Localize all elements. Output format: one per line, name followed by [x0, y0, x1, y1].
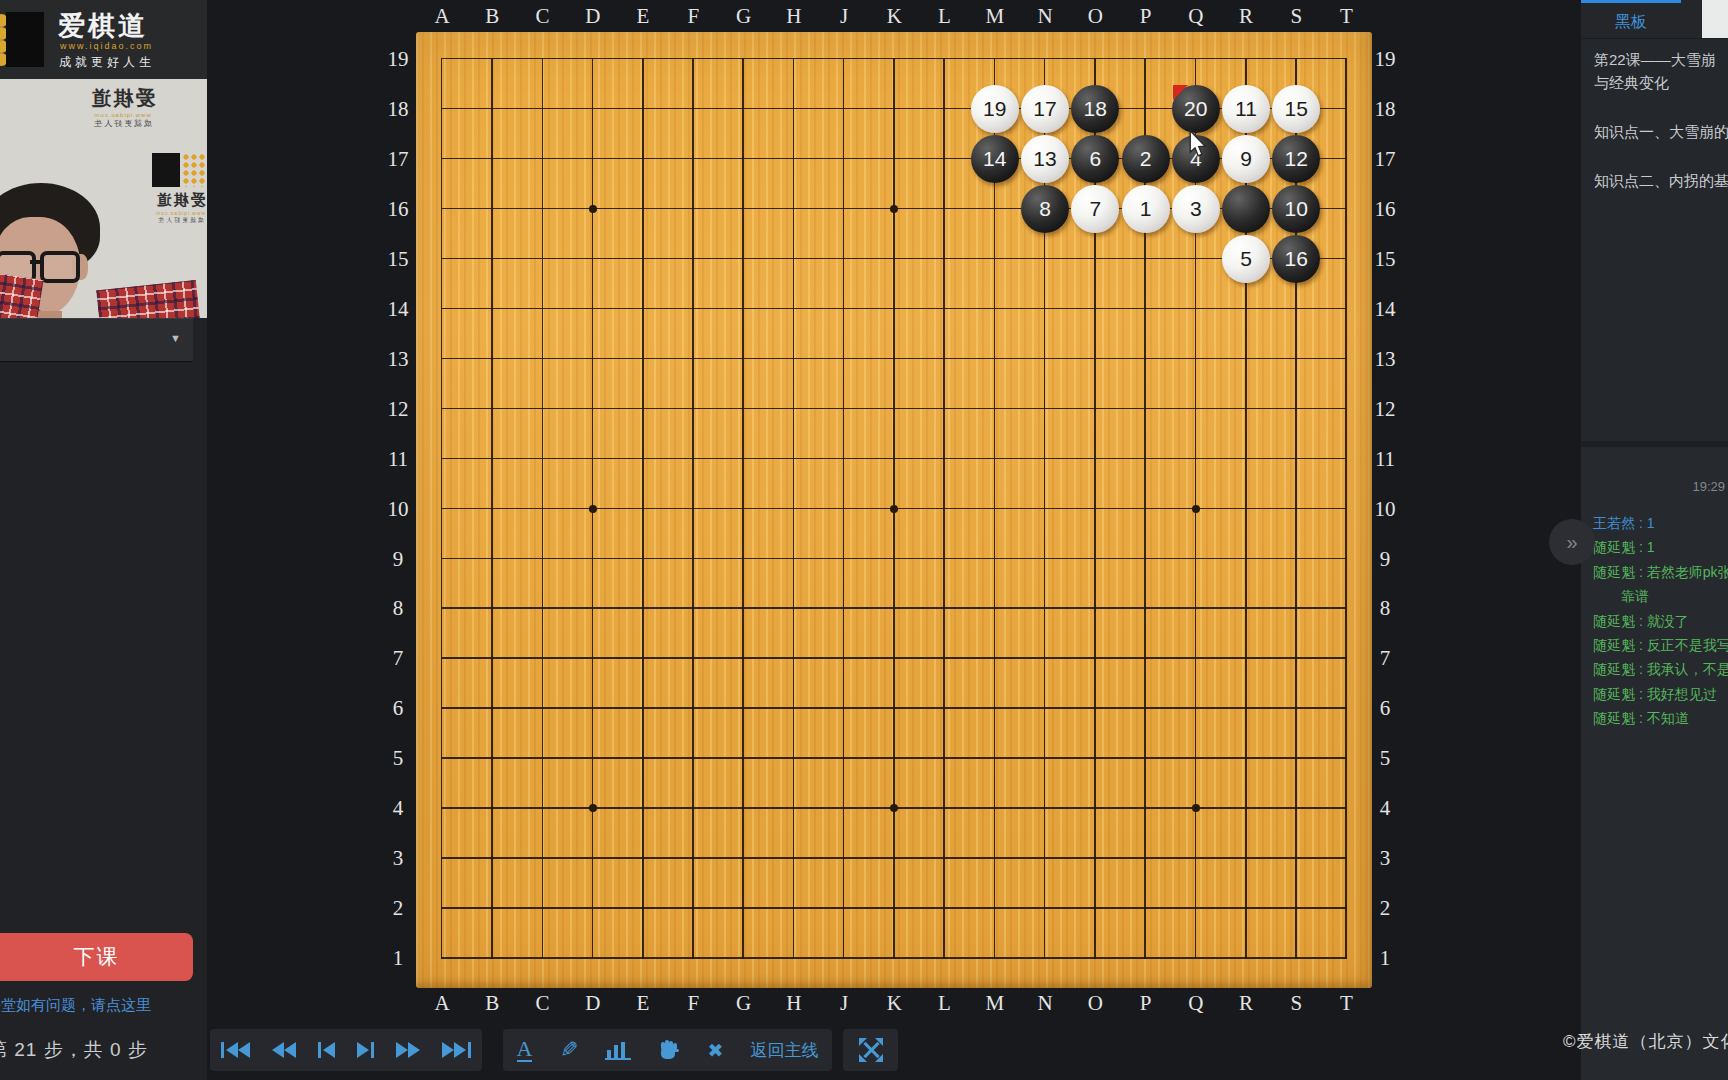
col-label-bottom: O: [1088, 991, 1103, 1016]
end-class-button[interactable]: 下课: [0, 933, 193, 981]
col-label-top: A: [434, 4, 449, 29]
glasses-right-lens: [40, 251, 80, 283]
stone-move-number: 3: [1190, 197, 1202, 221]
stone-O18[interactable]: 18: [1071, 85, 1119, 133]
row-label-right: 17: [1375, 146, 1396, 171]
col-label-top: E: [637, 4, 650, 29]
col-label-bottom: E: [637, 991, 650, 1016]
col-label-top: T: [1340, 4, 1353, 29]
row-label-right: 5: [1380, 746, 1391, 771]
col-label-top: G: [736, 4, 751, 29]
teacher-video: 爱棋道www.iqidao.com成就更好人生 爱棋道www.iqidao.co…: [0, 79, 207, 318]
stone-move-number: 20: [1184, 97, 1207, 121]
step-forward-button[interactable]: [353, 1035, 378, 1065]
star-point-D4: [589, 804, 597, 812]
backdrop-logo: 爱棋道www.iqidao.com成就更好人生: [140, 191, 207, 225]
mouse-cursor: [1188, 130, 1208, 162]
row-label-right: 4: [1380, 796, 1391, 821]
row-label-left: 11: [388, 446, 408, 471]
sidebar-collapse-handle[interactable]: »: [1549, 519, 1595, 565]
col-label-bottom: M: [985, 991, 1004, 1016]
row-label-right: 11: [1375, 446, 1395, 471]
plaid-shirt-right: [96, 280, 207, 318]
stone-move-number: 8: [1039, 197, 1051, 221]
row-label-right: 1: [1380, 946, 1391, 971]
video-source-select[interactable]: ▼: [0, 318, 193, 362]
chat-panel: 19:29 王若然 : 1随延魁 : 1随延魁 : 若然老师pk张靠谱随延魁 :…: [1581, 441, 1728, 1080]
stone-N18[interactable]: 17: [1021, 85, 1069, 133]
stone-move-number: 17: [1033, 97, 1056, 121]
col-label-bottom: L: [938, 991, 951, 1016]
sidebar: 黑板 第22课——大雪崩 与经典变化知识点一、大雪崩的知识点二、内拐的基 19:…: [1581, 0, 1728, 1080]
left-panel: 爱棋道 www.iqidao.com 成就更好人生 爱棋道www.iqidao.…: [0, 0, 207, 1080]
glasses-bridge: [30, 260, 44, 264]
col-label-top: P: [1140, 4, 1152, 29]
stone-move-number: 15: [1285, 97, 1308, 121]
star-point-K4: [890, 804, 898, 812]
chevron-down-icon: ▼: [170, 332, 181, 344]
brand-slogan: 成就更好人生: [59, 54, 155, 71]
row-label-left: 13: [388, 346, 409, 371]
note-paragraph: 第22课——大雪崩 与经典变化: [1594, 48, 1728, 94]
row-label-right: 8: [1380, 596, 1391, 621]
chat-message: 王若然 : 1: [1593, 511, 1728, 535]
stone-move-number: 7: [1089, 197, 1101, 221]
go-to-end-button[interactable]: [438, 1035, 475, 1065]
stone-S17[interactable]: 12: [1272, 135, 1320, 183]
row-label-right: 2: [1380, 896, 1391, 921]
tab-blackboard[interactable]: 黑板: [1581, 0, 1681, 41]
chat-message: 随延魁 : 若然老师pk张: [1593, 560, 1728, 584]
step-status: 第 21 步，共 0 步: [0, 1037, 218, 1063]
backdrop-dot-grid: [182, 153, 207, 187]
row-label-right: 18: [1375, 96, 1396, 121]
stone-move-number: 10: [1285, 197, 1308, 221]
stone-S15[interactable]: 16: [1272, 235, 1320, 283]
col-label-bottom: T: [1340, 991, 1353, 1016]
stone-R16[interactable]: [1222, 185, 1270, 233]
row-label-left: 10: [388, 496, 409, 521]
note-paragraph: 知识点二、内拐的基: [1594, 169, 1728, 192]
row-label-right: 12: [1375, 396, 1396, 421]
star-point-D16: [589, 205, 597, 213]
row-label-left: 18: [388, 96, 409, 121]
row-label-right: 6: [1380, 696, 1391, 721]
star-point-D10: [589, 505, 597, 513]
lesson-notes: 第22课——大雪崩 与经典变化知识点一、大雪崩的知识点二、内拐的基: [1594, 48, 1728, 218]
chat-message: 随延魁 : 不知道: [1593, 706, 1728, 730]
text-tool-button[interactable]: A: [513, 1035, 537, 1065]
row-label-right: 15: [1375, 246, 1396, 271]
row-label-left: 17: [388, 146, 409, 171]
row-label-left: 9: [393, 546, 404, 571]
col-label-bottom: B: [485, 991, 499, 1016]
row-label-left: 2: [393, 896, 404, 921]
brand-url: www.iqidao.com: [60, 41, 153, 51]
app-window: 爱棋道 www.iqidao.com 成就更好人生 爱棋道www.iqidao.…: [0, 0, 1728, 1080]
stone-move-number: 12: [1285, 147, 1308, 171]
stone-move-number: 18: [1084, 97, 1107, 121]
brand-name: 爱棋道: [58, 8, 148, 44]
text-icon: A: [517, 1038, 533, 1062]
stone-M17[interactable]: 14: [971, 135, 1019, 183]
return-main-line-button[interactable]: 返回主线: [746, 1035, 822, 1065]
row-label-left: 15: [388, 246, 409, 271]
col-label-bottom: H: [786, 991, 801, 1016]
chat-message: 随延魁 : 1: [1593, 535, 1728, 559]
row-label-left: 6: [393, 696, 404, 721]
row-label-right: 7: [1380, 646, 1391, 671]
row-label-left: 16: [388, 196, 409, 221]
stone-move-number: 14: [983, 147, 1006, 171]
help-link[interactable]: 课堂如有问题，请点这里: [0, 996, 206, 1015]
stone-R17[interactable]: 9: [1222, 135, 1270, 183]
row-label-left: 12: [388, 396, 409, 421]
brush-icon: ✎: [560, 1037, 578, 1063]
row-label-left: 8: [393, 596, 404, 621]
row-label-left: 7: [393, 646, 404, 671]
chevron-right-icon: »: [1566, 531, 1577, 554]
star-point-K10: [890, 505, 898, 513]
row-label-right: 19: [1375, 47, 1396, 72]
note-paragraph: 知识点一、大雪崩的: [1594, 120, 1728, 143]
stone-move-number: 16: [1285, 247, 1308, 271]
col-label-bottom: K: [887, 991, 902, 1016]
stone-R18[interactable]: 11: [1222, 85, 1270, 133]
last-move-marker: [1173, 85, 1188, 100]
stone-move-number: 5: [1240, 247, 1252, 271]
backdrop-logo: 爱棋道www.iqidao.com成就更好人生: [62, 85, 182, 129]
go-to-start-button[interactable]: [217, 1035, 254, 1065]
row-label-left: 1: [393, 946, 404, 971]
stone-S18[interactable]: 15: [1272, 85, 1320, 133]
col-label-bottom: A: [434, 991, 449, 1016]
col-label-top: L: [938, 4, 951, 29]
chat-message: 随延魁 : 就没了: [1593, 609, 1728, 633]
brush-tool-button[interactable]: ✎: [556, 1035, 582, 1065]
stone-Q18[interactable]: 20: [1172, 85, 1220, 133]
chat-message: 随延魁 : 我承认，不是: [1593, 657, 1728, 681]
return-main-label: 返回主线: [750, 1039, 818, 1062]
stone-move-number: 6: [1089, 147, 1101, 171]
row-label-left: 3: [393, 846, 404, 871]
col-label-top: F: [687, 4, 699, 29]
row-label-left: 4: [393, 796, 404, 821]
delete-tool-button[interactable]: ✖: [703, 1035, 727, 1065]
col-label-top: C: [535, 4, 549, 29]
fast-rewind-button[interactable]: [268, 1035, 300, 1065]
col-label-top: H: [786, 4, 801, 29]
col-label-bottom: S: [1290, 991, 1302, 1016]
step-back-button[interactable]: [314, 1035, 339, 1065]
col-label-top: Q: [1188, 4, 1203, 29]
stone-R15[interactable]: 5: [1222, 235, 1270, 283]
row-label-right: 9: [1380, 546, 1391, 571]
col-label-top: D: [585, 4, 600, 29]
stone-N17[interactable]: 13: [1021, 135, 1069, 183]
row-label-left: 5: [393, 746, 404, 771]
playback-toolbar: [210, 1029, 482, 1071]
stone-O16[interactable]: 7: [1071, 185, 1119, 233]
stone-move-number: 13: [1033, 147, 1056, 171]
stone-O17[interactable]: 6: [1071, 135, 1119, 183]
copyright-watermark: ©爱棋道（北京）文化传: [1563, 1030, 1728, 1053]
backdrop-logo-square: [152, 153, 180, 187]
fast-forward-button[interactable]: [392, 1035, 424, 1065]
stone-P16[interactable]: 1: [1122, 185, 1170, 233]
col-label-bottom: J: [840, 991, 848, 1016]
stone-Q16[interactable]: 3: [1172, 185, 1220, 233]
stone-move-number: 9: [1240, 147, 1252, 171]
col-label-top: M: [985, 4, 1004, 29]
star-point-Q10: [1192, 505, 1200, 513]
row-label-right: 10: [1375, 496, 1396, 521]
row-label-left: 19: [388, 47, 409, 72]
brand-logo-icon: [6, 12, 44, 67]
expand-icon: [860, 1039, 882, 1061]
col-label-top: R: [1239, 4, 1253, 29]
star-point-Q4: [1192, 804, 1200, 812]
star-point-K16: [890, 205, 898, 213]
stone-N16[interactable]: 8: [1021, 185, 1069, 233]
stone-move-number: 1: [1140, 197, 1152, 221]
row-label-right: 14: [1375, 296, 1396, 321]
hand-tool-button[interactable]: [654, 1035, 684, 1065]
col-label-bottom: Q: [1188, 991, 1203, 1016]
col-label-top: S: [1290, 4, 1302, 29]
stone-S16[interactable]: 10: [1272, 185, 1320, 233]
stone-P17[interactable]: 2: [1122, 135, 1170, 183]
fullscreen-toolbar: [843, 1029, 898, 1071]
col-label-bottom: P: [1140, 991, 1152, 1016]
col-label-bottom: D: [585, 991, 600, 1016]
col-label-top: N: [1037, 4, 1052, 29]
row-label-right: 13: [1375, 346, 1396, 371]
row-label-left: 14: [388, 296, 409, 321]
chat-message-list: 王若然 : 1随延魁 : 1随延魁 : 若然老师pk张靠谱随延魁 : 就没了随延…: [1593, 511, 1728, 731]
row-label-right: 16: [1375, 196, 1396, 221]
stone-M18[interactable]: 19: [971, 85, 1019, 133]
col-label-top: B: [485, 4, 499, 29]
hand-icon: [658, 1039, 680, 1061]
tab-next-partial[interactable]: [1702, 0, 1728, 38]
brand-header: 爱棋道 www.iqidao.com 成就更好人生: [0, 0, 207, 79]
row-label-right: 3: [1380, 846, 1391, 871]
chat-message: 靠谱: [1593, 584, 1728, 608]
chat-message: 随延魁 : 反正不是我写: [1593, 633, 1728, 657]
fullscreen-button[interactable]: [856, 1035, 886, 1065]
col-label-top: O: [1088, 4, 1103, 29]
stone-move-number: 11: [1235, 97, 1257, 121]
chat-timestamp: 19:29: [1692, 479, 1725, 494]
sidebar-tabbar: 黑板: [1581, 0, 1728, 39]
close-icon: ✖: [707, 1039, 723, 1062]
bar-chart-icon: [605, 1040, 631, 1060]
col-label-bottom: N: [1037, 991, 1052, 1016]
stone-move-number: 19: [983, 97, 1006, 121]
col-label-bottom: G: [736, 991, 751, 1016]
chat-message: 随延魁 : 我好想见过: [1593, 682, 1728, 706]
annotation-toolbar: A ✎ ✖ 返回主线: [503, 1029, 832, 1071]
col-label-bottom: C: [535, 991, 549, 1016]
col-label-top: J: [840, 4, 848, 29]
chart-tool-button[interactable]: [601, 1035, 635, 1065]
col-label-top: K: [887, 4, 902, 29]
col-label-bottom: F: [687, 991, 699, 1016]
stone-move-number: 2: [1140, 147, 1152, 171]
col-label-bottom: R: [1239, 991, 1253, 1016]
